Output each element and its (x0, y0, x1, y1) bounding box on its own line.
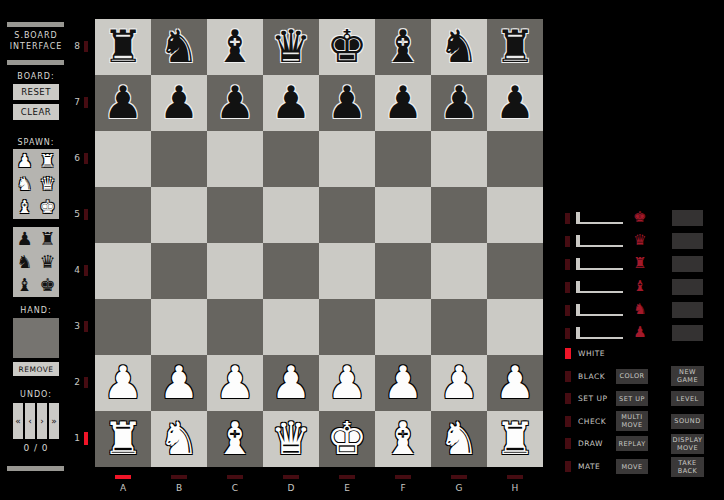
piece-black-pawn: ♟ (103, 75, 143, 131)
square-a8[interactable]: ♜ (95, 19, 151, 75)
move-button[interactable]: MOVE (616, 459, 648, 474)
status-led-white (565, 348, 571, 359)
square-b2[interactable]: ♟ (151, 355, 207, 411)
spawn-black-knight[interactable]: ♞ (13, 250, 36, 273)
square-h3[interactable] (487, 299, 543, 355)
clear-button[interactable]: CLEAR (13, 104, 59, 120)
square-c5[interactable] (207, 187, 263, 243)
square-a4[interactable] (95, 243, 151, 299)
piece-white-pawn: ♟ (327, 355, 367, 411)
square-c4[interactable] (207, 243, 263, 299)
piece-black-pawn: ♟ (383, 75, 423, 131)
square-b5[interactable] (151, 187, 207, 243)
square-c6[interactable] (207, 131, 263, 187)
square-f3[interactable] (375, 299, 431, 355)
spawn-tray-white: ♟♜♞♛♝♚ (13, 149, 59, 219)
square-f5[interactable] (375, 187, 431, 243)
square-a3[interactable] (95, 299, 151, 355)
piece-white-pawn: ♟ (159, 355, 199, 411)
undo-back-button[interactable]: ‹ (25, 403, 35, 439)
spawn-white-bishop[interactable]: ♝ (13, 196, 36, 219)
square-d7[interactable]: ♟ (263, 75, 319, 131)
board-section-label: BOARD: (0, 72, 72, 81)
square-e7[interactable]: ♟ (319, 75, 375, 131)
display-move-button[interactable]: DISPLAY MOVE (671, 434, 704, 454)
square-g5[interactable] (431, 187, 487, 243)
piece-white-pawn: ♟ (103, 355, 143, 411)
piece-black-pawn: ♟ (439, 75, 479, 131)
square-g7[interactable]: ♟ (431, 75, 487, 131)
status-label-check: CHECK (578, 417, 606, 426)
file-cursor-tick-d (283, 475, 299, 479)
file-cursor-tick-g (451, 475, 467, 479)
status-label-draw: DRAW (578, 439, 603, 448)
piece-white-bishop: ♝ (383, 411, 423, 467)
rank-label-3: 3 (68, 321, 80, 331)
square-d2[interactable]: ♟ (263, 355, 319, 411)
square-e5[interactable] (319, 187, 375, 243)
chess-board: ♜♞♝♛♚♝♞♜♟♟♟♟♟♟♟♟♟♟♟♟♟♟♟♟♜♞♝♛♚♝♞♜ (95, 19, 543, 467)
file-label-h: H (487, 483, 543, 493)
square-e4[interactable] (319, 243, 375, 299)
capture-bar-axis-rook (576, 258, 623, 270)
rank-label-5: 5 (68, 209, 80, 219)
square-d3[interactable] (263, 299, 319, 355)
piece-black-pawn: ♟ (215, 75, 255, 131)
piece-black-bishop: ♝ (215, 19, 255, 75)
piece-black-pawn: ♟ (495, 75, 535, 131)
square-f2[interactable]: ♟ (375, 355, 431, 411)
square-d8[interactable]: ♛ (263, 19, 319, 75)
rank-cursor-tick-6 (84, 153, 88, 164)
square-a5[interactable] (95, 187, 151, 243)
piece-white-rook: ♜ (103, 411, 143, 467)
square-a7[interactable]: ♟ (95, 75, 151, 131)
divider-bar-bottom (7, 466, 64, 471)
status-led-draw (565, 438, 571, 449)
capture-indicator-queen (565, 236, 570, 247)
piece-white-pawn: ♟ (495, 355, 535, 411)
file-cursor-tick-h (507, 475, 523, 479)
multi-move-button[interactable]: MULTI MOVE (616, 411, 648, 431)
rank-label-6: 6 (68, 153, 80, 163)
square-f6[interactable] (375, 131, 431, 187)
file-label-b: B (151, 483, 207, 493)
rank-cursor-tick-1 (84, 432, 88, 445)
capture-indicator-pawn (565, 328, 570, 339)
square-f8[interactable]: ♝ (375, 19, 431, 75)
file-cursor-tick-e (339, 475, 355, 479)
rank-label-4: 4 (68, 265, 80, 275)
file-label-f: F (375, 483, 431, 493)
capture-bar-axis-pawn (576, 327, 623, 339)
file-label-d: D (263, 483, 319, 493)
level-button[interactable]: LEVEL (671, 391, 704, 406)
square-a1[interactable]: ♜ (95, 411, 151, 467)
status-led-black (565, 371, 571, 382)
piece-black-rook: ♜ (103, 19, 143, 75)
undo-section-label: UNDO: (0, 390, 72, 399)
app-title-line2: INTERFACE (0, 42, 72, 51)
rank-cursor-tick-2 (84, 377, 88, 388)
set-up-button[interactable]: SET UP (616, 391, 648, 406)
square-g3[interactable] (431, 299, 487, 355)
status-label-set-up: SET UP (578, 394, 607, 403)
piece-black-queen: ♛ (271, 19, 311, 75)
square-h7[interactable]: ♟ (487, 75, 543, 131)
square-e2[interactable]: ♟ (319, 355, 375, 411)
file-label-c: C (207, 483, 263, 493)
spawn-black-king[interactable]: ♚ (36, 274, 59, 297)
square-b8[interactable]: ♞ (151, 19, 207, 75)
status-led-set-up (565, 393, 571, 404)
new-game-button[interactable]: NEW GAME (671, 366, 704, 386)
spawn-white-queen[interactable]: ♛ (36, 172, 59, 195)
rank-cursor-tick-7 (84, 97, 88, 108)
square-h5[interactable] (487, 187, 543, 243)
undo-first-button[interactable]: « (13, 403, 23, 439)
reset-button[interactable]: RESET (13, 84, 59, 100)
piece-white-pawn: ♟ (271, 355, 311, 411)
spawn-white-king[interactable]: ♚ (36, 196, 59, 219)
undo-counter: 0 / 0 (0, 443, 72, 453)
hand-slot[interactable] (13, 318, 59, 358)
square-d4[interactable] (263, 243, 319, 299)
piece-white-bishop: ♝ (215, 411, 255, 467)
piece-white-king: ♚ (327, 411, 367, 467)
square-g4[interactable] (431, 243, 487, 299)
piece-black-rook: ♜ (495, 19, 535, 75)
piece-black-pawn: ♟ (271, 75, 311, 131)
rank-cursor-tick-8 (84, 41, 88, 52)
spawn-black-pawn[interactable]: ♟ (13, 227, 36, 250)
rank-label-8: 8 (68, 41, 80, 51)
captured-piece-icon-rook: ♜ (630, 256, 650, 271)
undo-forward-button[interactable]: › (37, 403, 47, 439)
piece-white-pawn: ♟ (215, 355, 255, 411)
capture-count-box-pawn (672, 325, 703, 341)
captured-piece-icon-king: ♚ (630, 210, 650, 225)
square-c3[interactable] (207, 299, 263, 355)
status-led-mate (565, 461, 571, 472)
square-h1[interactable]: ♜ (487, 411, 543, 467)
square-h6[interactable] (487, 131, 543, 187)
square-d1[interactable]: ♛ (263, 411, 319, 467)
capture-bar-axis-queen (576, 235, 623, 247)
divider-bar-title (7, 60, 64, 65)
captured-piece-icon-pawn: ♟ (630, 325, 650, 340)
file-cursor-tick-f (395, 475, 411, 479)
file-cursor-tick-b (171, 475, 187, 479)
capture-count-box-rook (672, 256, 703, 272)
color-button[interactable]: COLOR (616, 369, 648, 384)
file-label-e: E (319, 483, 375, 493)
hand-section-label: HAND: (0, 306, 72, 315)
undo-controls: «‹›» (13, 403, 59, 439)
undo-last-button[interactable]: » (49, 403, 59, 439)
piece-white-rook: ♜ (495, 411, 535, 467)
captured-piece-icon-bishop: ♝ (630, 279, 650, 294)
piece-white-pawn: ♟ (383, 355, 423, 411)
square-b1[interactable]: ♞ (151, 411, 207, 467)
spawn-white-rook[interactable]: ♜ (36, 149, 59, 172)
capture-count-box-king (672, 210, 703, 226)
square-h4[interactable] (487, 243, 543, 299)
spawn-white-pawn[interactable]: ♟ (13, 149, 36, 172)
rank-cursor-tick-5 (84, 209, 88, 220)
spawn-black-bishop[interactable]: ♝ (13, 274, 36, 297)
square-b3[interactable] (151, 299, 207, 355)
piece-black-knight: ♞ (159, 19, 199, 75)
sboard-interface-app: S.BOARD INTERFACE BOARD: RESET CLEAR SPA… (0, 0, 724, 500)
capture-indicator-knight (565, 305, 570, 316)
square-b7[interactable]: ♟ (151, 75, 207, 131)
capture-bar-axis-knight (576, 304, 623, 316)
status-led-check (565, 416, 571, 427)
status-label-white: WHITE (578, 349, 605, 358)
app-title-line1: S.BOARD (0, 31, 72, 40)
file-label-g: G (431, 483, 487, 493)
status-label-black: BLACK (578, 372, 605, 381)
piece-black-knight: ♞ (439, 19, 479, 75)
rank-label-7: 7 (68, 97, 80, 107)
file-label-a: A (95, 483, 151, 493)
captured-piece-icon-queen: ♛ (630, 233, 650, 248)
square-e3[interactable] (319, 299, 375, 355)
capture-count-box-queen (672, 233, 703, 249)
square-h2[interactable]: ♟ (487, 355, 543, 411)
square-h8[interactable]: ♜ (487, 19, 543, 75)
square-d6[interactable] (263, 131, 319, 187)
take-back-button[interactable]: TAKE BACK (671, 457, 704, 477)
piece-black-bishop: ♝ (383, 19, 423, 75)
capture-indicator-rook (565, 259, 570, 270)
square-c7[interactable]: ♟ (207, 75, 263, 131)
capture-indicator-king (565, 213, 570, 224)
square-g8[interactable]: ♞ (431, 19, 487, 75)
square-e1[interactable]: ♚ (319, 411, 375, 467)
capture-bar-axis-bishop (576, 281, 623, 293)
square-a6[interactable] (95, 131, 151, 187)
rank-cursor-tick-3 (84, 321, 88, 332)
square-b6[interactable] (151, 131, 207, 187)
remove-button[interactable]: REMOVE (13, 362, 59, 376)
capture-count-box-bishop (672, 279, 703, 295)
capture-indicator-bishop (565, 282, 570, 293)
square-e8[interactable]: ♚ (319, 19, 375, 75)
square-f7[interactable]: ♟ (375, 75, 431, 131)
square-b4[interactable] (151, 243, 207, 299)
rank-label-2: 2 (68, 377, 80, 387)
file-cursor-tick-a (115, 475, 131, 479)
spawn-tray-black: ♟♜♞♛♝♚ (13, 227, 59, 297)
piece-white-knight: ♞ (159, 411, 199, 467)
spawn-black-rook[interactable]: ♜ (36, 227, 59, 250)
sound-button[interactable]: SOUND (671, 414, 704, 429)
square-f4[interactable] (375, 243, 431, 299)
captured-piece-icon-knight: ♞ (630, 302, 650, 317)
square-c8[interactable]: ♝ (207, 19, 263, 75)
status-label-mate: MATE (578, 462, 600, 471)
spawn-black-queen[interactable]: ♛ (36, 250, 59, 273)
square-a2[interactable]: ♟ (95, 355, 151, 411)
rank-label-1: 1 (68, 433, 80, 443)
square-c2[interactable]: ♟ (207, 355, 263, 411)
rank-cursor-tick-4 (84, 265, 88, 276)
square-e6[interactable] (319, 131, 375, 187)
square-f1[interactable]: ♝ (375, 411, 431, 467)
spawn-white-knight[interactable]: ♞ (13, 172, 36, 195)
piece-black-king: ♚ (327, 19, 367, 75)
piece-black-pawn: ♟ (327, 75, 367, 131)
capture-bar-axis-king (576, 212, 623, 224)
square-c1[interactable]: ♝ (207, 411, 263, 467)
piece-white-pawn: ♟ (439, 355, 479, 411)
square-g6[interactable] (431, 131, 487, 187)
spawn-section-label: SPAWN: (0, 138, 72, 147)
square-g1[interactable]: ♞ (431, 411, 487, 467)
piece-white-queen: ♛ (271, 411, 311, 467)
square-g2[interactable]: ♟ (431, 355, 487, 411)
piece-white-knight: ♞ (439, 411, 479, 467)
piece-black-pawn: ♟ (159, 75, 199, 131)
square-d5[interactable] (263, 187, 319, 243)
replay-button[interactable]: REPLAY (616, 436, 648, 451)
capture-count-box-knight (672, 302, 703, 318)
divider-bar-top (7, 22, 64, 27)
file-cursor-tick-c (227, 475, 243, 479)
